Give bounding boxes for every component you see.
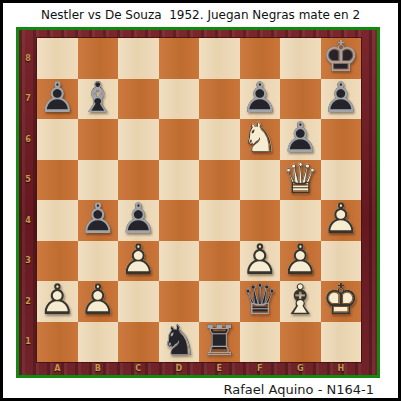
piece-glyph-outline: ♕ — [280, 157, 321, 199]
square-e8[interactable] — [199, 38, 240, 79]
file-label-b: B — [78, 362, 119, 374]
square-g1[interactable] — [280, 322, 321, 363]
piece-glyph-outline: ♙ — [118, 238, 159, 280]
chess-board-frame: 87654321 ♚♔♟♙♝♗♟♙♟♙♞♘♟♙♛♕♟♙♟♙♟♙♟♙♟♙♟♙♟♙♟… — [16, 27, 380, 378]
square-e5[interactable] — [199, 160, 240, 201]
square-e6[interactable] — [199, 119, 240, 160]
file-label-e: E — [199, 362, 240, 374]
square-d4[interactable] — [159, 200, 200, 241]
square-b1[interactable] — [78, 322, 119, 363]
piece-black-rook[interactable]: ♜♖ — [199, 322, 240, 363]
piece-glyph-outline: ♘ — [240, 117, 281, 159]
square-d5[interactable] — [159, 160, 200, 201]
square-h4[interactable]: ♟♙ — [321, 200, 362, 241]
square-b2[interactable]: ♟♙ — [78, 281, 119, 322]
file-labels: ABCDEFGH — [37, 362, 361, 374]
piece-glyph-outline: ♗ — [78, 76, 119, 118]
square-d7[interactable] — [159, 79, 200, 120]
square-f5[interactable] — [240, 160, 281, 201]
piece-black-pawn[interactable]: ♟♙ — [37, 79, 78, 120]
file-label-d: D — [159, 362, 200, 374]
piece-white-knight[interactable]: ♞♘ — [240, 119, 281, 160]
piece-glyph-outline: ♗ — [280, 279, 321, 321]
file-label-c: C — [118, 362, 159, 374]
square-d1[interactable]: ♞♘ — [159, 322, 200, 363]
rank-labels: 87654321 — [19, 38, 37, 362]
rank-label-2: 2 — [19, 281, 37, 322]
square-a6[interactable] — [37, 119, 78, 160]
square-c6[interactable] — [118, 119, 159, 160]
square-d8[interactable] — [159, 38, 200, 79]
square-d6[interactable] — [159, 119, 200, 160]
piece-black-knight[interactable]: ♞♘ — [159, 322, 200, 363]
piece-white-pawn[interactable]: ♟♙ — [118, 241, 159, 282]
square-g5[interactable]: ♛♕ — [280, 160, 321, 201]
square-a2[interactable]: ♟♙ — [37, 281, 78, 322]
square-d3[interactable] — [159, 241, 200, 282]
piece-black-queen[interactable]: ♛♕ — [240, 281, 281, 322]
square-a7[interactable]: ♟♙ — [37, 79, 78, 120]
piece-glyph-outline: ♘ — [159, 319, 200, 361]
piece-glyph-outline: ♙ — [321, 198, 362, 240]
square-e4[interactable] — [199, 200, 240, 241]
piece-glyph-outline: ♙ — [78, 279, 119, 321]
file-label-a: A — [37, 362, 78, 374]
rank-label-3: 3 — [19, 241, 37, 282]
piece-white-king[interactable]: ♚♔ — [321, 281, 362, 322]
file-label-g: G — [280, 362, 321, 374]
piece-glyph-outline: ♖ — [199, 319, 240, 361]
piece-white-pawn[interactable]: ♟♙ — [321, 200, 362, 241]
square-c3[interactable]: ♟♙ — [118, 241, 159, 282]
rank-label-5: 5 — [19, 160, 37, 201]
piece-black-pawn[interactable]: ♟♙ — [321, 79, 362, 120]
square-f2[interactable]: ♛♕ — [240, 281, 281, 322]
square-h7[interactable]: ♟♙ — [321, 79, 362, 120]
rank-label-6: 6 — [19, 119, 37, 160]
square-c2[interactable] — [118, 281, 159, 322]
square-e1[interactable]: ♜♖ — [199, 322, 240, 363]
square-a1[interactable] — [37, 322, 78, 363]
piece-white-pawn[interactable]: ♟♙ — [37, 281, 78, 322]
square-f6[interactable]: ♞♘ — [240, 119, 281, 160]
square-g8[interactable] — [280, 38, 321, 79]
piece-black-bishop[interactable]: ♝♗ — [78, 79, 119, 120]
square-c7[interactable] — [118, 79, 159, 120]
piece-glyph-outline: ♙ — [37, 76, 78, 118]
rank-label-1: 1 — [19, 322, 37, 363]
square-a5[interactable] — [37, 160, 78, 201]
square-h1[interactable] — [321, 322, 362, 363]
piece-glyph-outline: ♙ — [37, 279, 78, 321]
chess-board: ♚♔♟♙♝♗♟♙♟♙♞♘♟♙♛♕♟♙♟♙♟♙♟♙♟♙♟♙♟♙♟♙♛♕♝♗♚♔♞♘… — [37, 38, 361, 362]
square-b7[interactable]: ♝♗ — [78, 79, 119, 120]
piece-black-pawn[interactable]: ♟♙ — [78, 200, 119, 241]
file-label-h: H — [321, 362, 362, 374]
rank-label-8: 8 — [19, 38, 37, 79]
square-c1[interactable] — [118, 322, 159, 363]
square-b4[interactable]: ♟♙ — [78, 200, 119, 241]
rank-label-7: 7 — [19, 79, 37, 120]
square-h2[interactable]: ♚♔ — [321, 281, 362, 322]
square-b6[interactable] — [78, 119, 119, 160]
piece-glyph-outline: ♔ — [321, 279, 362, 321]
square-f1[interactable] — [240, 322, 281, 363]
piece-white-queen[interactable]: ♛♕ — [280, 160, 321, 201]
rank-label-4: 4 — [19, 200, 37, 241]
piece-white-bishop[interactable]: ♝♗ — [280, 281, 321, 322]
square-e7[interactable] — [199, 79, 240, 120]
author-caption: Rafael Aquino - N164-1 — [224, 382, 374, 397]
square-e3[interactable] — [199, 241, 240, 282]
diagram-page: Nestler vs De Souza 1952. Juegan Negras … — [0, 0, 401, 401]
square-g2[interactable]: ♝♗ — [280, 281, 321, 322]
square-c8[interactable] — [118, 38, 159, 79]
piece-glyph-outline: ♙ — [78, 198, 119, 240]
piece-glyph-outline: ♙ — [321, 76, 362, 118]
piece-white-pawn[interactable]: ♟♙ — [78, 281, 119, 322]
square-h6[interactable] — [321, 119, 362, 160]
page-title: Nestler vs De Souza 1952. Juegan Negras … — [3, 8, 398, 22]
piece-glyph-outline: ♕ — [240, 279, 281, 321]
file-label-f: F — [240, 362, 281, 374]
square-a4[interactable] — [37, 200, 78, 241]
